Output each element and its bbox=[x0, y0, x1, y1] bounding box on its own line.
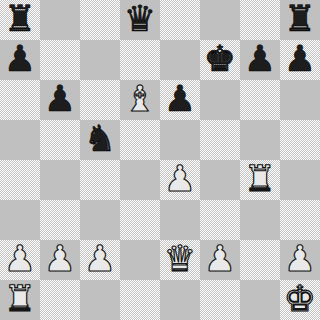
black-pawn[interactable]: ♟ bbox=[4, 40, 36, 79]
square-b7[interactable] bbox=[40, 40, 80, 80]
square-a6[interactable] bbox=[0, 80, 40, 120]
black-pawn[interactable]: ♟ bbox=[244, 40, 276, 79]
white-rook[interactable]: ♜ bbox=[4, 280, 36, 319]
white-pawn[interactable]: ♟ bbox=[204, 240, 236, 279]
square-d8[interactable]: ♛ bbox=[120, 0, 160, 40]
white-pawn[interactable]: ♟ bbox=[84, 240, 116, 279]
square-b6[interactable]: ♟ bbox=[40, 80, 80, 120]
square-g7[interactable]: ♟ bbox=[240, 40, 280, 80]
white-bishop[interactable]: ♝ bbox=[124, 80, 156, 119]
square-g8[interactable] bbox=[240, 0, 280, 40]
square-a8[interactable]: ♜ bbox=[0, 0, 40, 40]
square-c7[interactable] bbox=[80, 40, 120, 80]
black-pawn[interactable]: ♟ bbox=[164, 80, 196, 119]
square-b2[interactable]: ♟ bbox=[40, 240, 80, 280]
square-g3[interactable] bbox=[240, 200, 280, 240]
square-h7[interactable]: ♟ bbox=[280, 40, 320, 80]
white-pawn[interactable]: ♟ bbox=[284, 240, 316, 279]
square-g1[interactable] bbox=[240, 280, 280, 320]
square-h6[interactable] bbox=[280, 80, 320, 120]
square-e4[interactable]: ♟ bbox=[160, 160, 200, 200]
square-b8[interactable] bbox=[40, 0, 80, 40]
square-e5[interactable] bbox=[160, 120, 200, 160]
black-king[interactable]: ♚ bbox=[204, 40, 236, 79]
square-d4[interactable] bbox=[120, 160, 160, 200]
white-rook[interactable]: ♜ bbox=[244, 160, 276, 199]
square-d1[interactable] bbox=[120, 280, 160, 320]
square-a2[interactable]: ♟ bbox=[0, 240, 40, 280]
square-e8[interactable] bbox=[160, 0, 200, 40]
white-king[interactable]: ♚ bbox=[284, 280, 316, 319]
square-h3[interactable] bbox=[280, 200, 320, 240]
square-d2[interactable] bbox=[120, 240, 160, 280]
square-f7[interactable]: ♚ bbox=[200, 40, 240, 80]
square-f8[interactable] bbox=[200, 0, 240, 40]
square-c5[interactable]: ♞ bbox=[80, 120, 120, 160]
square-f5[interactable] bbox=[200, 120, 240, 160]
square-d6[interactable]: ♝ bbox=[120, 80, 160, 120]
black-rook[interactable]: ♜ bbox=[284, 0, 316, 39]
chess-board: ♜♛♜♟♚♟♟♟♝♟♞♟♜♟♟♟♛♟♟♜♚ bbox=[0, 0, 320, 320]
square-a7[interactable]: ♟ bbox=[0, 40, 40, 80]
square-e7[interactable] bbox=[160, 40, 200, 80]
square-c6[interactable] bbox=[80, 80, 120, 120]
square-e1[interactable] bbox=[160, 280, 200, 320]
square-f1[interactable] bbox=[200, 280, 240, 320]
white-pawn[interactable]: ♟ bbox=[44, 240, 76, 279]
square-h1[interactable]: ♚ bbox=[280, 280, 320, 320]
square-b3[interactable] bbox=[40, 200, 80, 240]
square-f6[interactable] bbox=[200, 80, 240, 120]
square-c2[interactable]: ♟ bbox=[80, 240, 120, 280]
square-h5[interactable] bbox=[280, 120, 320, 160]
black-pawn[interactable]: ♟ bbox=[284, 40, 316, 79]
square-a5[interactable] bbox=[0, 120, 40, 160]
square-h4[interactable] bbox=[280, 160, 320, 200]
black-pawn[interactable]: ♟ bbox=[44, 80, 76, 119]
square-e6[interactable]: ♟ bbox=[160, 80, 200, 120]
square-b5[interactable] bbox=[40, 120, 80, 160]
square-h8[interactable]: ♜ bbox=[280, 0, 320, 40]
square-g4[interactable]: ♜ bbox=[240, 160, 280, 200]
square-b4[interactable] bbox=[40, 160, 80, 200]
square-a4[interactable] bbox=[0, 160, 40, 200]
square-c8[interactable] bbox=[80, 0, 120, 40]
square-g2[interactable] bbox=[240, 240, 280, 280]
square-c3[interactable] bbox=[80, 200, 120, 240]
black-queen[interactable]: ♛ bbox=[124, 0, 156, 39]
square-c1[interactable] bbox=[80, 280, 120, 320]
square-e3[interactable] bbox=[160, 200, 200, 240]
square-e2[interactable]: ♛ bbox=[160, 240, 200, 280]
white-pawn[interactable]: ♟ bbox=[4, 240, 36, 279]
square-f4[interactable] bbox=[200, 160, 240, 200]
square-a1[interactable]: ♜ bbox=[0, 280, 40, 320]
square-d5[interactable] bbox=[120, 120, 160, 160]
square-d7[interactable] bbox=[120, 40, 160, 80]
square-f3[interactable] bbox=[200, 200, 240, 240]
white-pawn[interactable]: ♟ bbox=[164, 160, 196, 199]
square-c4[interactable] bbox=[80, 160, 120, 200]
white-queen[interactable]: ♛ bbox=[164, 240, 196, 279]
square-b1[interactable] bbox=[40, 280, 80, 320]
black-rook[interactable]: ♜ bbox=[4, 0, 36, 39]
square-g5[interactable] bbox=[240, 120, 280, 160]
square-g6[interactable] bbox=[240, 80, 280, 120]
square-f2[interactable]: ♟ bbox=[200, 240, 240, 280]
square-d3[interactable] bbox=[120, 200, 160, 240]
square-a3[interactable] bbox=[0, 200, 40, 240]
square-h2[interactable]: ♟ bbox=[280, 240, 320, 280]
black-knight[interactable]: ♞ bbox=[84, 120, 116, 159]
